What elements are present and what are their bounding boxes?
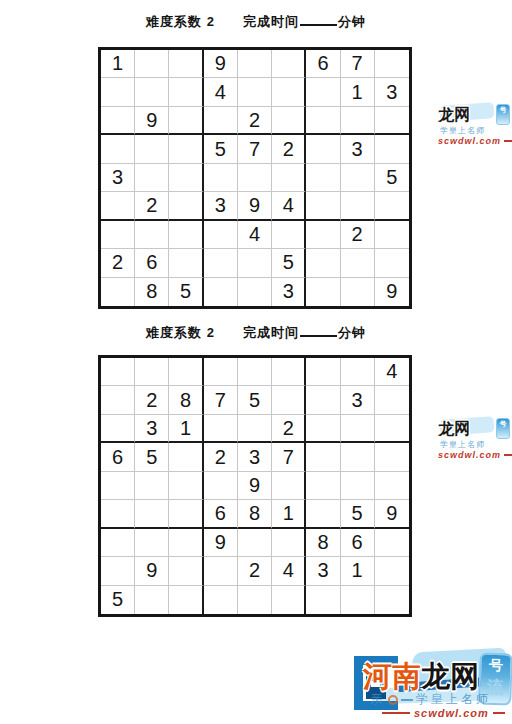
sudoku-cell-r3c5[interactable]: [238, 415, 272, 443]
sudoku-cell-r4c2[interactable]: [135, 135, 169, 163]
time-unit-label: 分钟: [338, 14, 366, 29]
sudoku-cell-r9c9[interactable]: 9: [375, 278, 409, 306]
sudoku-cell-r8c5[interactable]: [238, 249, 272, 277]
sudoku-cell-r7c3[interactable]: [169, 221, 203, 249]
sudoku-cell-r3c8[interactable]: [341, 107, 375, 135]
sudoku-cell-r5c8[interactable]: [341, 472, 375, 500]
sudoku-cell-r4c7[interactable]: [306, 135, 340, 163]
sudoku-cell-r9c2[interactable]: 8: [135, 278, 169, 306]
sudoku-cell-r4c3[interactable]: [169, 135, 203, 163]
sudoku-cell-r3c2[interactable]: 3: [135, 415, 169, 443]
sudoku-cell-r5c9[interactable]: 5: [375, 164, 409, 192]
sudoku-cell-r4c1[interactable]: 6: [101, 443, 135, 471]
sudoku-cell-r5c1[interactable]: 3: [101, 164, 135, 192]
sudoku-cell-r6c7[interactable]: [306, 500, 340, 528]
sudoku-cell-r7c6[interactable]: [272, 529, 306, 557]
sudoku-cell-r8c4[interactable]: [204, 249, 238, 277]
sudoku-cell-r9c1[interactable]: [101, 278, 135, 306]
sudoku-cell-r4c7[interactable]: [306, 443, 340, 471]
watermark-fragment-top: 龙网 号 学皇上名师 scwdwl.com: [436, 104, 512, 150]
sudoku-cell-r5c2[interactable]: [135, 472, 169, 500]
sudoku-cell-r6c1[interactable]: [101, 500, 135, 528]
sudoku-cell-r2c7[interactable]: [306, 78, 340, 106]
seal-top-char: 号: [481, 655, 511, 676]
sudoku-cell-r2c1[interactable]: [101, 78, 135, 106]
sudoku-cell-r7c5[interactable]: 4: [238, 221, 272, 249]
sudoku-cell-r1c5[interactable]: [238, 50, 272, 78]
sudoku-cell-r5c4[interactable]: [204, 164, 238, 192]
sudoku-cell-r1c2[interactable]: [135, 358, 169, 386]
sudoku-cell-r3c1[interactable]: [101, 415, 135, 443]
sudoku-cell-r1c7[interactable]: 6: [306, 50, 340, 78]
sudoku-cell-r4c9[interactable]: [375, 135, 409, 163]
sudoku-cell-r2c2[interactable]: [135, 78, 169, 106]
sudoku-cell-r7c3[interactable]: [169, 529, 203, 557]
sudoku-cell-r6c6[interactable]: 1: [272, 500, 306, 528]
watermark-brand-text: 龙网: [438, 105, 470, 126]
sudoku-cell-r1c5[interactable]: [238, 358, 272, 386]
sudoku-cell-r8c8[interactable]: 1: [341, 557, 375, 585]
sudoku-cell-r5c3[interactable]: [169, 472, 203, 500]
time-label: 完成时间: [243, 325, 299, 340]
sudoku-cell-r6c3[interactable]: [169, 500, 203, 528]
circle-badge-icon: [388, 695, 398, 705]
sudoku-cell-r4c6[interactable]: 7: [272, 443, 306, 471]
sudoku-cell-r6c2[interactable]: 2: [135, 192, 169, 220]
sudoku-cell-r3c1[interactable]: [101, 107, 135, 135]
watermark-domain: scwdwl.com: [438, 450, 512, 460]
sudoku-cell-r3c9[interactable]: [375, 107, 409, 135]
sudoku-cell-r1c8[interactable]: [341, 358, 375, 386]
sudoku-cell-r8c7[interactable]: 3: [306, 557, 340, 585]
sudoku-cell-r9c9[interactable]: [375, 586, 409, 614]
sudoku-cell-r7c7[interactable]: [306, 221, 340, 249]
sudoku-cell-r1c7[interactable]: [306, 358, 340, 386]
sudoku-cell-r8c3[interactable]: [169, 557, 203, 585]
watermark-domain-text: scwdwl.com: [414, 707, 489, 719]
time-blank-line: [300, 332, 337, 337]
sudoku-cell-r2c6[interactable]: [272, 386, 306, 414]
sudoku-cell-r5c5[interactable]: 9: [238, 472, 272, 500]
sudoku-cell-r3c3[interactable]: 1: [169, 415, 203, 443]
sudoku-cell-r6c3[interactable]: [169, 192, 203, 220]
sudoku-cell-r1c4[interactable]: [204, 358, 238, 386]
sudoku-cell-r7c8[interactable]: 2: [341, 221, 375, 249]
sudoku-cell-r6c2[interactable]: [135, 500, 169, 528]
sudoku-cell-r7c4[interactable]: 9: [204, 529, 238, 557]
watermark-domain-row: scwdwl.com: [382, 707, 505, 719]
sudoku-cell-r8c4[interactable]: [204, 557, 238, 585]
sudoku-cell-r6c5[interactable]: 9: [238, 192, 272, 220]
sudoku-cell-r2c8[interactable]: 3: [341, 386, 375, 414]
time-label: 完成时间: [243, 14, 299, 29]
sudoku-cell-r4c8[interactable]: [341, 443, 375, 471]
sudoku-cell-r1c8[interactable]: 7: [341, 50, 375, 78]
sudoku-cell-r8c6[interactable]: 5: [272, 249, 306, 277]
watermark-domain-text: scwdwl.com: [438, 136, 501, 146]
sudoku-cell-r7c9[interactable]: [375, 221, 409, 249]
sudoku-cell-r9c3[interactable]: [169, 586, 203, 614]
sudoku-cell-r9c4[interactable]: [204, 278, 238, 306]
sudoku-cell-r2c5[interactable]: 5: [238, 386, 272, 414]
sudoku-cell-r1c1[interactable]: [101, 358, 135, 386]
sudoku-cell-r2c8[interactable]: 1: [341, 78, 375, 106]
watermark-brand-text: 龙网: [438, 419, 470, 440]
sudoku-cell-r1c9[interactable]: [375, 50, 409, 78]
watermark-slogan-row: 亲 学皇上名师: [370, 691, 491, 708]
sudoku-cell-r9c5[interactable]: [238, 278, 272, 306]
brand-dark-text: 龙网: [421, 660, 479, 692]
sudoku-cell-r4c4[interactable]: 5: [204, 135, 238, 163]
sudoku-cell-r7c2[interactable]: [135, 221, 169, 249]
sudoku-cell-r6c6[interactable]: 4: [272, 192, 306, 220]
sudoku-cell-r7c1[interactable]: [101, 529, 135, 557]
sudoku-cell-r6c4[interactable]: 3: [204, 192, 238, 220]
sudoku-cell-r1c3[interactable]: [169, 50, 203, 78]
sudoku-cell-r1c6[interactable]: [272, 50, 306, 78]
sudoku-cell-r8c3[interactable]: [169, 249, 203, 277]
sudoku-cell-r6c8[interactable]: [341, 192, 375, 220]
sudoku-cell-r9c4[interactable]: [204, 586, 238, 614]
sudoku-cell-r9c2[interactable]: [135, 586, 169, 614]
sudoku-cell-r5c3[interactable]: [169, 164, 203, 192]
sudoku-cell-r1c1[interactable]: 1: [101, 50, 135, 78]
sudoku-cell-r3c5[interactable]: 2: [238, 107, 272, 135]
sudoku-cell-r8c2[interactable]: 9: [135, 557, 169, 585]
slogan-prefix-char: 亲: [370, 691, 385, 708]
sudoku-grid-bottom: 42875331265237968159986924315: [98, 355, 412, 617]
sudoku-cell-r6c7[interactable]: [306, 192, 340, 220]
sudoku-cell-r2c1[interactable]: [101, 386, 135, 414]
sudoku-cell-r3c8[interactable]: [341, 415, 375, 443]
sudoku-cell-r3c4[interactable]: [204, 107, 238, 135]
sudoku-cell-r2c6[interactable]: [272, 78, 306, 106]
sudoku-cell-r4c5[interactable]: 7: [238, 135, 272, 163]
sudoku-cell-r3c6[interactable]: 2: [272, 415, 306, 443]
sudoku-cell-r4c4[interactable]: 2: [204, 443, 238, 471]
sudoku-cell-r8c5[interactable]: 2: [238, 557, 272, 585]
sudoku-cell-r8c8[interactable]: [341, 249, 375, 277]
slogan-text: 学皇上名师: [416, 691, 491, 708]
sudoku-cell-r5c8[interactable]: [341, 164, 375, 192]
dash-line: [504, 140, 512, 142]
sudoku-cell-r1c3[interactable]: [169, 358, 203, 386]
sudoku-cell-r1c9[interactable]: 4: [375, 358, 409, 386]
sudoku-cell-r6c1[interactable]: [101, 192, 135, 220]
sudoku-cell-r3c4[interactable]: [204, 415, 238, 443]
sudoku-cell-r9c5[interactable]: [238, 586, 272, 614]
sudoku-cell-r2c7[interactable]: [306, 386, 340, 414]
sudoku-cell-r8c1[interactable]: [101, 557, 135, 585]
sudoku-cell-r5c7[interactable]: [306, 472, 340, 500]
difficulty-label: 难度系数 2: [146, 325, 215, 340]
sudoku-cell-r2c4[interactable]: 4: [204, 78, 238, 106]
sudoku-cell-r2c9[interactable]: [375, 386, 409, 414]
sudoku-cell-r7c5[interactable]: [238, 529, 272, 557]
watermark-seal-icon: 号: [496, 104, 510, 125]
sudoku-cell-r9c1[interactable]: 5: [101, 586, 135, 614]
sudoku-cell-r9c6[interactable]: 3: [272, 278, 306, 306]
sudoku-cell-r7c1[interactable]: [101, 221, 135, 249]
watermark-domain-text: scwdwl.com: [438, 450, 501, 460]
dash-line: [493, 712, 505, 714]
difficulty-label: 难度系数 2: [146, 14, 215, 29]
sudoku-cell-r2c2[interactable]: 2: [135, 386, 169, 414]
sudoku-cell-r3c7[interactable]: [306, 415, 340, 443]
sudoku-cell-r4c9[interactable]: [375, 443, 409, 471]
sudoku-cell-r2c9[interactable]: 3: [375, 78, 409, 106]
sudoku-cell-r8c7[interactable]: [306, 249, 340, 277]
sudoku-cell-r6c9[interactable]: 9: [375, 500, 409, 528]
sudoku-cell-r1c4[interactable]: 9: [204, 50, 238, 78]
sudoku-cell-r6c4[interactable]: 6: [204, 500, 238, 528]
sudoku-cell-r5c9[interactable]: [375, 472, 409, 500]
sudoku-cell-r9c7[interactable]: [306, 586, 340, 614]
sudoku-cell-r3c9[interactable]: [375, 415, 409, 443]
sudoku-cell-r1c6[interactable]: [272, 358, 306, 386]
sudoku-cell-r8c2[interactable]: 6: [135, 249, 169, 277]
sudoku-cell-r4c2[interactable]: 5: [135, 443, 169, 471]
sudoku-cell-r7c4[interactable]: [204, 221, 238, 249]
dash-line: [382, 712, 410, 714]
sudoku-cell-r3c7[interactable]: [306, 107, 340, 135]
sudoku-cell-r5c5[interactable]: [238, 164, 272, 192]
brand-orange-text: 河南: [363, 660, 421, 692]
sudoku-cell-r9c7[interactable]: [306, 278, 340, 306]
sudoku-cell-r2c3[interactable]: 8: [169, 386, 203, 414]
sudoku-cell-r4c8[interactable]: 3: [341, 135, 375, 163]
sudoku-cell-r5c4[interactable]: [204, 472, 238, 500]
worksheet-page: 难度系数 2完成时间分钟 196741392572335239442265853…: [0, 0, 512, 724]
puzzle-top-title: 难度系数 2完成时间分钟: [0, 13, 512, 31]
sudoku-cell-r7c9[interactable]: [375, 529, 409, 557]
sudoku-cell-r4c5[interactable]: 3: [238, 443, 272, 471]
sudoku-cell-r9c6[interactable]: [272, 586, 306, 614]
sudoku-cell-r3c3[interactable]: [169, 107, 203, 135]
sudoku-cell-r9c8[interactable]: [341, 278, 375, 306]
time-unit-label: 分钟: [338, 325, 366, 340]
sudoku-cell-r7c2[interactable]: [135, 529, 169, 557]
sudoku-cell-r7c6[interactable]: [272, 221, 306, 249]
sudoku-cell-r6c5[interactable]: 8: [238, 500, 272, 528]
watermark-fragment-middle: 龙网 号 学皇上名师 scwdwl.com: [436, 418, 512, 464]
sudoku-cell-r6c8[interactable]: 5: [341, 500, 375, 528]
sudoku-cell-r5c2[interactable]: [135, 164, 169, 192]
sudoku-cell-r7c7[interactable]: 8: [306, 529, 340, 557]
watermark-domain: scwdwl.com: [438, 136, 512, 146]
sudoku-cell-r2c5[interactable]: [238, 78, 272, 106]
dash-line: [504, 454, 512, 456]
sudoku-cell-r5c7[interactable]: [306, 164, 340, 192]
sudoku-cell-r8c6[interactable]: 4: [272, 557, 306, 585]
watermark-slogan: 学皇上名师: [440, 125, 485, 136]
sudoku-cell-r4c6[interactable]: 2: [272, 135, 306, 163]
sudoku-cell-r2c4[interactable]: 7: [204, 386, 238, 414]
sudoku-cell-r9c3[interactable]: 5: [169, 278, 203, 306]
sudoku-cell-r4c1[interactable]: [101, 135, 135, 163]
sudoku-cell-r6c9[interactable]: [375, 192, 409, 220]
sudoku-cell-r1c2[interactable]: [135, 50, 169, 78]
dash-line: [401, 699, 413, 701]
sudoku-cell-r5c6[interactable]: [272, 164, 306, 192]
sudoku-cell-r8c1[interactable]: 2: [101, 249, 135, 277]
sudoku-cell-r8c9[interactable]: [375, 249, 409, 277]
sudoku-cell-r3c2[interactable]: 9: [135, 107, 169, 135]
watermark-slogan: 学皇上名师: [440, 439, 485, 450]
sudoku-cell-r3c6[interactable]: [272, 107, 306, 135]
sudoku-grid-top: 1967413925723352394422658539: [98, 47, 412, 309]
puzzle-bottom-title: 难度系数 2完成时间分钟: [0, 324, 512, 342]
sudoku-cell-r5c1[interactable]: [101, 472, 135, 500]
sudoku-cell-r2c3[interactable]: [169, 78, 203, 106]
sudoku-cell-r9c8[interactable]: [341, 586, 375, 614]
time-blank-line: [300, 21, 337, 26]
watermark-seal-icon: 号: [496, 418, 510, 439]
sudoku-cell-r8c9[interactable]: [375, 557, 409, 585]
sudoku-cell-r5c6[interactable]: [272, 472, 306, 500]
site-watermark-logo: 河南龙网 号 流 亲 学皇上名师 scwdwl.com: [354, 640, 512, 722]
sudoku-cell-r7c8[interactable]: 6: [341, 529, 375, 557]
sudoku-cell-r4c3[interactable]: [169, 443, 203, 471]
